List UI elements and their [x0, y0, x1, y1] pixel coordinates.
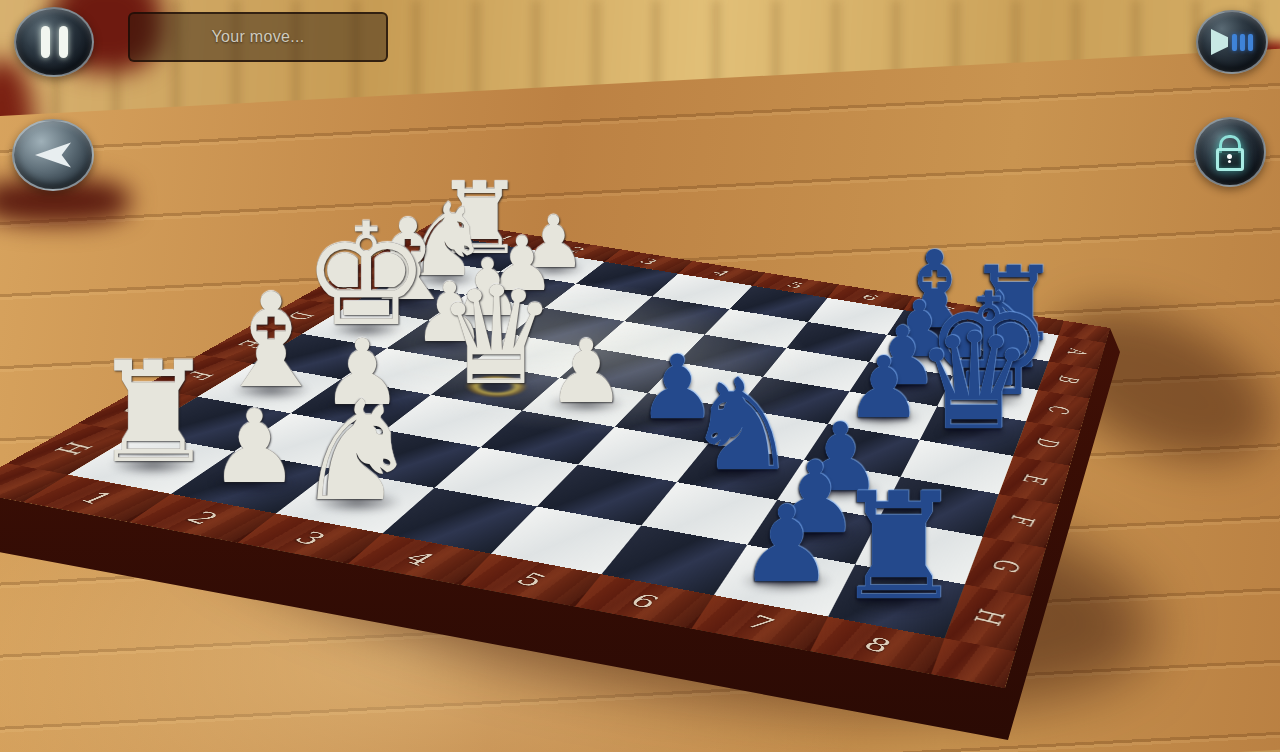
file-label: G	[984, 556, 1028, 576]
rank-label: 7	[740, 611, 781, 635]
rank-label: 5	[510, 568, 554, 591]
file-label: D	[1029, 436, 1066, 451]
sound-button[interactable]	[1196, 10, 1268, 74]
rank-label: 5	[783, 280, 809, 290]
rank-label: 6	[624, 589, 667, 612]
volume-bars-icon	[1232, 34, 1253, 51]
piece-blue-rook-h8[interactable]: ♜	[832, 474, 964, 622]
pause-icon	[59, 26, 68, 58]
piece-white-rook-h1[interactable]: ♜	[91, 344, 216, 483]
status-box: Your move...	[128, 12, 388, 62]
app-stage: 12345678AABBCCDDEEFFGGHH12345678 ♜♟♝♜♞♟♟…	[0, 0, 1280, 752]
rank-label: 8	[858, 632, 898, 657]
speaker-icon	[1211, 29, 1253, 55]
piece-white-pawn-e4[interactable]: ♟	[547, 329, 626, 417]
pause-button[interactable]	[14, 7, 94, 77]
back-button[interactable]	[12, 119, 94, 191]
piece-white-pawn-h2[interactable]: ♟	[209, 397, 300, 499]
file-label: H	[966, 605, 1013, 628]
piece-white-queen-e3[interactable]: ♛	[436, 269, 558, 405]
back-arrow-icon	[35, 140, 71, 170]
piece-blue-queen-d8[interactable]: ♛	[914, 315, 1034, 449]
piece-white-knight-h3[interactable]: ♞	[295, 382, 419, 521]
speaker-cone-icon	[1211, 29, 1228, 55]
rank-label: 4	[398, 548, 444, 570]
status-text: Your move...	[212, 28, 305, 46]
pause-icon	[41, 26, 50, 58]
rank-label: 2	[180, 508, 228, 528]
rank-label: 6	[858, 292, 883, 302]
file-label: A	[1062, 347, 1093, 358]
padlock-icon	[1216, 135, 1244, 169]
lock-button[interactable]	[1194, 117, 1266, 187]
file-label: E	[1016, 472, 1054, 487]
piece-blue-pawn-h7[interactable]: ♟	[739, 491, 834, 597]
file-label: F	[1001, 512, 1041, 528]
rank-label: 4	[709, 268, 735, 278]
file-label: B	[1052, 374, 1085, 386]
rank-label: 3	[635, 257, 662, 266]
